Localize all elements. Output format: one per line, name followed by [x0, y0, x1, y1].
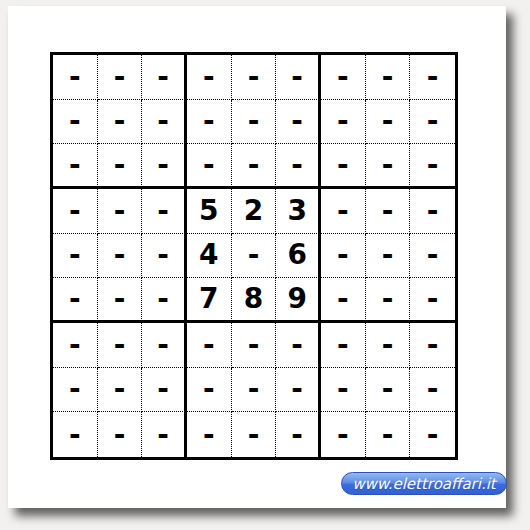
cell-r6c4[interactable]: 7: [187, 278, 232, 323]
cell-r6c5[interactable]: 8: [232, 278, 277, 323]
cell-r1c6[interactable]: -: [276, 55, 321, 100]
cell-r2c1[interactable]: -: [53, 100, 98, 145]
cell-r5c2[interactable]: -: [98, 234, 143, 279]
cell-r4c5[interactable]: 2: [232, 189, 277, 234]
cell-r3c9[interactable]: -: [410, 144, 455, 189]
cell-r7c1[interactable]: -: [53, 323, 98, 368]
cell-r4c1[interactable]: -: [53, 189, 98, 234]
cell-r2c2[interactable]: -: [98, 100, 143, 145]
cell-r7c5[interactable]: -: [232, 323, 277, 368]
cell-r6c8[interactable]: -: [366, 278, 411, 323]
cell-r8c2[interactable]: -: [98, 368, 143, 413]
cell-r7c6[interactable]: -: [276, 323, 321, 368]
cell-r8c8[interactable]: -: [366, 368, 411, 413]
cell-r7c9[interactable]: -: [410, 323, 455, 368]
cell-r5c8[interactable]: -: [366, 234, 411, 279]
cell-r2c6[interactable]: -: [276, 100, 321, 145]
cell-r1c8[interactable]: -: [366, 55, 411, 100]
cell-r1c9[interactable]: -: [410, 55, 455, 100]
cell-r1c7[interactable]: -: [321, 55, 366, 100]
cell-r1c4[interactable]: -: [187, 55, 232, 100]
cell-r3c5[interactable]: -: [232, 144, 277, 189]
cell-r8c3[interactable]: -: [142, 368, 187, 413]
cell-r1c1[interactable]: -: [53, 55, 98, 100]
cell-r5c1[interactable]: -: [53, 234, 98, 279]
cell-r8c1[interactable]: -: [53, 368, 98, 413]
cell-r5c3[interactable]: -: [142, 234, 187, 279]
cell-r6c9[interactable]: -: [410, 278, 455, 323]
cell-r2c3[interactable]: -: [142, 100, 187, 145]
cell-r5c9[interactable]: -: [410, 234, 455, 279]
cell-r6c3[interactable]: -: [142, 278, 187, 323]
cell-r3c4[interactable]: -: [187, 144, 232, 189]
watermark-badge[interactable]: www.elettroaffari.it: [341, 472, 507, 495]
cell-r7c4[interactable]: -: [187, 323, 232, 368]
page-background: ------------------------------523------4…: [0, 0, 530, 530]
cell-r2c8[interactable]: -: [366, 100, 411, 145]
cell-r3c1[interactable]: -: [53, 144, 98, 189]
cell-r8c6[interactable]: -: [276, 368, 321, 413]
cell-r5c7[interactable]: -: [321, 234, 366, 279]
cell-r9c4[interactable]: -: [187, 412, 232, 457]
cell-r2c5[interactable]: -: [232, 100, 277, 145]
cell-r6c7[interactable]: -: [321, 278, 366, 323]
cell-r3c3[interactable]: -: [142, 144, 187, 189]
cell-r7c8[interactable]: -: [366, 323, 411, 368]
cell-r2c7[interactable]: -: [321, 100, 366, 145]
cell-r5c4[interactable]: 4: [187, 234, 232, 279]
puzzle-card: ------------------------------523------4…: [8, 6, 506, 508]
cell-r3c6[interactable]: -: [276, 144, 321, 189]
cell-r6c1[interactable]: -: [53, 278, 98, 323]
cell-r9c9[interactable]: -: [410, 412, 455, 457]
cell-r2c4[interactable]: -: [187, 100, 232, 145]
cell-r1c2[interactable]: -: [98, 55, 143, 100]
cell-r2c9[interactable]: -: [410, 100, 455, 145]
cell-r3c2[interactable]: -: [98, 144, 143, 189]
cell-r9c1[interactable]: -: [53, 412, 98, 457]
sudoku-board: ------------------------------523------4…: [50, 52, 458, 460]
cell-r8c9[interactable]: -: [410, 368, 455, 413]
cell-r3c8[interactable]: -: [366, 144, 411, 189]
cell-r7c7[interactable]: -: [321, 323, 366, 368]
cell-r4c9[interactable]: -: [410, 189, 455, 234]
cell-r5c6[interactable]: 6: [276, 234, 321, 279]
cell-r9c2[interactable]: -: [98, 412, 143, 457]
cell-r9c7[interactable]: -: [321, 412, 366, 457]
cell-r7c2[interactable]: -: [98, 323, 143, 368]
cell-r4c8[interactable]: -: [366, 189, 411, 234]
cell-r4c7[interactable]: -: [321, 189, 366, 234]
cell-r6c2[interactable]: -: [98, 278, 143, 323]
cell-r1c5[interactable]: -: [232, 55, 277, 100]
cell-r9c6[interactable]: -: [276, 412, 321, 457]
cell-r1c3[interactable]: -: [142, 55, 187, 100]
cell-r3c7[interactable]: -: [321, 144, 366, 189]
cell-r9c8[interactable]: -: [366, 412, 411, 457]
cell-r8c5[interactable]: -: [232, 368, 277, 413]
cell-r4c4[interactable]: 5: [187, 189, 232, 234]
cell-r4c6[interactable]: 3: [276, 189, 321, 234]
cell-r9c3[interactable]: -: [142, 412, 187, 457]
cell-r8c4[interactable]: -: [187, 368, 232, 413]
cell-r8c7[interactable]: -: [321, 368, 366, 413]
cell-r7c3[interactable]: -: [142, 323, 187, 368]
cell-r9c5[interactable]: -: [232, 412, 277, 457]
cell-r6c6[interactable]: 9: [276, 278, 321, 323]
cell-r4c2[interactable]: -: [98, 189, 143, 234]
cell-r5c5[interactable]: -: [232, 234, 277, 279]
cell-r4c3[interactable]: -: [142, 189, 187, 234]
